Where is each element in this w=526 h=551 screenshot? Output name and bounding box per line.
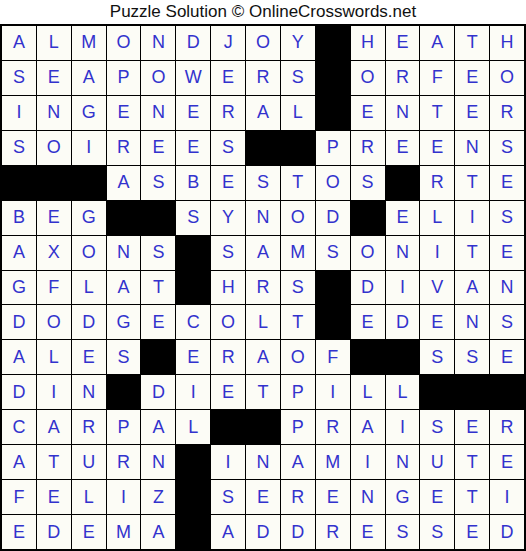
cell-r10c6: E bbox=[176, 340, 210, 374]
cell-r3c2: N bbox=[37, 96, 71, 130]
black-cell-r4c9 bbox=[281, 131, 315, 165]
cell-r15c3: E bbox=[72, 515, 106, 549]
black-cell-r2c10 bbox=[316, 61, 350, 95]
cell-r14c14: T bbox=[455, 480, 489, 514]
cell-r3c12: N bbox=[386, 96, 420, 130]
cell-r10c2: L bbox=[37, 340, 71, 374]
black-cell-r11c4 bbox=[107, 375, 141, 409]
cell-r4c15: S bbox=[490, 131, 524, 165]
cell-r4c7: S bbox=[211, 131, 245, 165]
cell-r13c10: M bbox=[316, 445, 350, 479]
cell-r1c3: M bbox=[72, 26, 106, 60]
cell-r5c5: S bbox=[141, 166, 175, 200]
cell-r13c11: I bbox=[351, 445, 385, 479]
cell-r13c9: A bbox=[281, 445, 315, 479]
cell-r5c14: T bbox=[455, 166, 489, 200]
cell-r11c1: D bbox=[2, 375, 36, 409]
cell-r2c1: S bbox=[2, 61, 36, 95]
cell-r8c3: L bbox=[72, 271, 106, 305]
cell-r9c9: T bbox=[281, 305, 315, 339]
cell-r5c4: A bbox=[107, 166, 141, 200]
cell-r11c10: I bbox=[316, 375, 350, 409]
crossword-grid: ALMONDJOYHEATHSEAPOWERSORFEOINGENERALENT… bbox=[0, 24, 526, 551]
cell-r8c9: S bbox=[281, 271, 315, 305]
cell-r10c1: A bbox=[2, 340, 36, 374]
cell-r6c8: N bbox=[246, 201, 280, 235]
cell-r14c12: G bbox=[386, 480, 420, 514]
cell-r13c12: N bbox=[386, 445, 420, 479]
cell-r6c10: D bbox=[316, 201, 350, 235]
cell-r13c4: R bbox=[107, 445, 141, 479]
cell-r9c14: N bbox=[455, 305, 489, 339]
cell-r4c12: E bbox=[386, 131, 420, 165]
cell-r9c5: E bbox=[141, 305, 175, 339]
cell-r5c13: R bbox=[420, 166, 454, 200]
cell-r1c2: L bbox=[37, 26, 71, 60]
cell-r13c5: N bbox=[141, 445, 175, 479]
cell-r7c10: S bbox=[316, 236, 350, 270]
cell-r7c2: X bbox=[37, 236, 71, 270]
cell-r12c9: P bbox=[281, 410, 315, 444]
cell-r14c5: Z bbox=[141, 480, 175, 514]
cell-r3c8: A bbox=[246, 96, 280, 130]
cell-r7c11: O bbox=[351, 236, 385, 270]
cell-r12c3: R bbox=[72, 410, 106, 444]
cell-r9c2: O bbox=[37, 305, 71, 339]
cell-r2c14: E bbox=[455, 61, 489, 95]
page-title: Puzzle Solution © OnlineCrosswords.net bbox=[110, 2, 416, 22]
cell-r7c4: N bbox=[107, 236, 141, 270]
black-cell-r6c11 bbox=[351, 201, 385, 235]
cell-r15c10: R bbox=[316, 515, 350, 549]
cell-r5c9: T bbox=[281, 166, 315, 200]
cell-r1c11: H bbox=[351, 26, 385, 60]
cell-r8c5: T bbox=[141, 271, 175, 305]
cell-r7c13: I bbox=[420, 236, 454, 270]
cell-r6c2: E bbox=[37, 201, 71, 235]
cell-r1c15: H bbox=[490, 26, 524, 60]
cell-r6c15: S bbox=[490, 201, 524, 235]
cell-r14c7: S bbox=[211, 480, 245, 514]
cell-r10c15: E bbox=[490, 340, 524, 374]
cell-r9c12: D bbox=[386, 305, 420, 339]
cell-r5c6: B bbox=[176, 166, 210, 200]
cell-r11c5: D bbox=[141, 375, 175, 409]
black-cell-r3c10 bbox=[316, 96, 350, 130]
cell-r6c1: B bbox=[2, 201, 36, 235]
cell-r6c6: S bbox=[176, 201, 210, 235]
cell-r2c12: R bbox=[386, 61, 420, 95]
cell-r2c5: O bbox=[141, 61, 175, 95]
cell-r2c9: S bbox=[281, 61, 315, 95]
cell-r9c4: G bbox=[107, 305, 141, 339]
cell-r10c4: S bbox=[107, 340, 141, 374]
cell-r2c4: P bbox=[107, 61, 141, 95]
cell-r12c2: A bbox=[37, 410, 71, 444]
cell-r9c7: O bbox=[211, 305, 245, 339]
cell-r15c2: D bbox=[37, 515, 71, 549]
cell-r15c9: D bbox=[281, 515, 315, 549]
black-cell-r6c4 bbox=[107, 201, 141, 235]
cell-r14c15: I bbox=[490, 480, 524, 514]
cell-r8c7: H bbox=[211, 271, 245, 305]
cell-r3c5: N bbox=[141, 96, 175, 130]
cell-r1c13: A bbox=[420, 26, 454, 60]
cell-r15c5: A bbox=[141, 515, 175, 549]
cell-r7c1: A bbox=[2, 236, 36, 270]
cell-r8c8: R bbox=[246, 271, 280, 305]
cell-r5c8: S bbox=[246, 166, 280, 200]
cell-r1c5: N bbox=[141, 26, 175, 60]
cell-r11c12: L bbox=[386, 375, 420, 409]
cell-r7c14: T bbox=[455, 236, 489, 270]
cell-r13c14: T bbox=[455, 445, 489, 479]
cell-r3c14: E bbox=[455, 96, 489, 130]
cell-r15c14: E bbox=[455, 515, 489, 549]
cell-r2c8: R bbox=[246, 61, 280, 95]
black-cell-r9c10 bbox=[316, 305, 350, 339]
cell-r15c11: E bbox=[351, 515, 385, 549]
cell-r15c1: E bbox=[2, 515, 36, 549]
cell-r6c14: I bbox=[455, 201, 489, 235]
cell-r11c8: T bbox=[246, 375, 280, 409]
cell-r9c15: S bbox=[490, 305, 524, 339]
black-cell-r6c5 bbox=[141, 201, 175, 235]
cell-r4c13: E bbox=[420, 131, 454, 165]
black-cell-r13c6 bbox=[176, 445, 210, 479]
cell-r1c12: E bbox=[386, 26, 420, 60]
cell-r14c8: E bbox=[246, 480, 280, 514]
cell-r15c7: A bbox=[211, 515, 245, 549]
black-cell-r5c2 bbox=[37, 166, 71, 200]
cell-r10c9: O bbox=[281, 340, 315, 374]
cell-r1c8: O bbox=[246, 26, 280, 60]
cell-r3c13: T bbox=[420, 96, 454, 130]
cell-r12c1: C bbox=[2, 410, 36, 444]
cell-r1c7: J bbox=[211, 26, 245, 60]
cell-r5c10: O bbox=[316, 166, 350, 200]
black-cell-r15c6 bbox=[176, 515, 210, 549]
cell-r4c14: N bbox=[455, 131, 489, 165]
cell-r1c9: Y bbox=[281, 26, 315, 60]
cell-r15c13: S bbox=[420, 515, 454, 549]
cell-r2c6: W bbox=[176, 61, 210, 95]
cell-r4c10: P bbox=[316, 131, 350, 165]
cell-r10c3: E bbox=[72, 340, 106, 374]
cell-r11c7: E bbox=[211, 375, 245, 409]
cell-r10c7: R bbox=[211, 340, 245, 374]
cell-r9c6: C bbox=[176, 305, 210, 339]
cell-r15c8: D bbox=[246, 515, 280, 549]
cell-r7c15: E bbox=[490, 236, 524, 270]
cell-r12c14: E bbox=[455, 410, 489, 444]
cell-r9c3: D bbox=[72, 305, 106, 339]
cell-r8c1: G bbox=[2, 271, 36, 305]
cell-r8c15: N bbox=[490, 271, 524, 305]
cell-r11c6: I bbox=[176, 375, 210, 409]
cell-r10c13: S bbox=[420, 340, 454, 374]
cell-r11c9: P bbox=[281, 375, 315, 409]
cell-r3c15: R bbox=[490, 96, 524, 130]
cell-r10c14: S bbox=[455, 340, 489, 374]
black-cell-r10c11 bbox=[351, 340, 385, 374]
black-cell-r11c15 bbox=[490, 375, 524, 409]
cell-r6c9: O bbox=[281, 201, 315, 235]
cell-r8c4: A bbox=[107, 271, 141, 305]
black-cell-r10c12 bbox=[386, 340, 420, 374]
cell-r12c11: A bbox=[351, 410, 385, 444]
cell-r7c8: A bbox=[246, 236, 280, 270]
cell-r6c3: G bbox=[72, 201, 106, 235]
cell-r10c10: F bbox=[316, 340, 350, 374]
cell-r1c6: D bbox=[176, 26, 210, 60]
cell-r4c11: R bbox=[351, 131, 385, 165]
cell-r7c7: S bbox=[211, 236, 245, 270]
cell-r3c11: E bbox=[351, 96, 385, 130]
cell-r12c15: R bbox=[490, 410, 524, 444]
cell-r5c7: E bbox=[211, 166, 245, 200]
cell-r7c12: N bbox=[386, 236, 420, 270]
cell-r4c2: O bbox=[37, 131, 71, 165]
cell-r10c8: A bbox=[246, 340, 280, 374]
cell-r9c11: E bbox=[351, 305, 385, 339]
black-cell-r8c6 bbox=[176, 271, 210, 305]
cell-r14c4: I bbox=[107, 480, 141, 514]
cell-r14c3: L bbox=[72, 480, 106, 514]
cell-r14c1: F bbox=[2, 480, 36, 514]
cell-r3c3: G bbox=[72, 96, 106, 130]
cell-r11c3: N bbox=[72, 375, 106, 409]
cell-r5c15: E bbox=[490, 166, 524, 200]
cell-r6c7: Y bbox=[211, 201, 245, 235]
cell-r2c7: E bbox=[211, 61, 245, 95]
cell-r2c11: O bbox=[351, 61, 385, 95]
cell-r13c2: T bbox=[37, 445, 71, 479]
black-cell-r7c6 bbox=[176, 236, 210, 270]
black-cell-r5c1 bbox=[2, 166, 36, 200]
cell-r9c13: E bbox=[420, 305, 454, 339]
cell-r1c4: O bbox=[107, 26, 141, 60]
cell-r8c2: F bbox=[37, 271, 71, 305]
cell-r3c6: E bbox=[176, 96, 210, 130]
cell-r3c9: L bbox=[281, 96, 315, 130]
black-cell-r8c10 bbox=[316, 271, 350, 305]
cell-r3c7: R bbox=[211, 96, 245, 130]
cell-r2c15: O bbox=[490, 61, 524, 95]
cell-r13c13: U bbox=[420, 445, 454, 479]
cell-r13c15: E bbox=[490, 445, 524, 479]
black-cell-r14c6 bbox=[176, 480, 210, 514]
black-cell-r11c13 bbox=[420, 375, 454, 409]
cell-r15c12: S bbox=[386, 515, 420, 549]
cell-r4c4: R bbox=[107, 131, 141, 165]
cell-r9c8: L bbox=[246, 305, 280, 339]
cell-r5c11: S bbox=[351, 166, 385, 200]
cell-r12c5: A bbox=[141, 410, 175, 444]
cell-r13c3: U bbox=[72, 445, 106, 479]
black-cell-r5c3 bbox=[72, 166, 106, 200]
cell-r8c13: V bbox=[420, 271, 454, 305]
cell-r15c4: M bbox=[107, 515, 141, 549]
black-cell-r4c8 bbox=[246, 131, 280, 165]
cell-r3c1: I bbox=[2, 96, 36, 130]
cell-r1c1: A bbox=[2, 26, 36, 60]
cell-r8c14: A bbox=[455, 271, 489, 305]
cell-r8c11: D bbox=[351, 271, 385, 305]
cell-r14c11: N bbox=[351, 480, 385, 514]
cell-r15c15: D bbox=[490, 515, 524, 549]
cell-r2c3: A bbox=[72, 61, 106, 95]
cell-r12c10: R bbox=[316, 410, 350, 444]
cell-r13c1: A bbox=[2, 445, 36, 479]
title-bar: Puzzle Solution © OnlineCrosswords.net bbox=[0, 0, 526, 24]
cell-r4c5: E bbox=[141, 131, 175, 165]
cell-r12c6: L bbox=[176, 410, 210, 444]
cell-r2c2: E bbox=[37, 61, 71, 95]
cell-r4c1: S bbox=[2, 131, 36, 165]
cell-r14c2: E bbox=[37, 480, 71, 514]
cell-r13c8: N bbox=[246, 445, 280, 479]
cell-r14c13: E bbox=[420, 480, 454, 514]
black-cell-r12c7 bbox=[211, 410, 245, 444]
cell-r4c3: I bbox=[72, 131, 106, 165]
cell-r6c13: L bbox=[420, 201, 454, 235]
cell-r12c4: P bbox=[107, 410, 141, 444]
crossword-solution-page: Puzzle Solution © OnlineCrosswords.net A… bbox=[0, 0, 526, 551]
cell-r4c6: E bbox=[176, 131, 210, 165]
cell-r12c13: S bbox=[420, 410, 454, 444]
cell-r7c5: S bbox=[141, 236, 175, 270]
cell-r6c12: E bbox=[386, 201, 420, 235]
black-cell-r10c5 bbox=[141, 340, 175, 374]
cell-r11c11: L bbox=[351, 375, 385, 409]
cell-r9c1: D bbox=[2, 305, 36, 339]
black-cell-r5c12 bbox=[386, 166, 420, 200]
cell-r8c12: I bbox=[386, 271, 420, 305]
black-cell-r11c14 bbox=[455, 375, 489, 409]
cell-r3c4: E bbox=[107, 96, 141, 130]
black-cell-r1c10 bbox=[316, 26, 350, 60]
cell-r2c13: F bbox=[420, 61, 454, 95]
cell-r7c3: O bbox=[72, 236, 106, 270]
cell-r14c9: R bbox=[281, 480, 315, 514]
cell-r7c9: M bbox=[281, 236, 315, 270]
cell-r12c12: I bbox=[386, 410, 420, 444]
black-cell-r12c8 bbox=[246, 410, 280, 444]
cell-r1c14: T bbox=[455, 26, 489, 60]
cell-r14c10: E bbox=[316, 480, 350, 514]
cell-r11c2: I bbox=[37, 375, 71, 409]
cell-r13c7: I bbox=[211, 445, 245, 479]
